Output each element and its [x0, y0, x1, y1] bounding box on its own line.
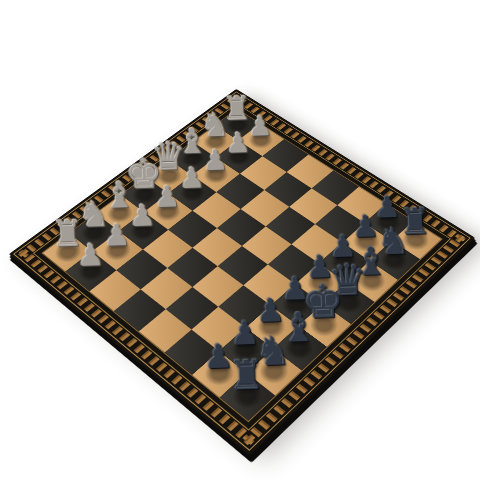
black-rook: ♜	[228, 355, 266, 397]
white-pawn: ♟	[76, 240, 104, 271]
board-frame: ♜♞♝♚♛♝♞♜♟♟♟♟♟♟♟♟♟♟♟♟♟♟♟♟♜♞♝♚♛♝♞♜	[9, 89, 475, 455]
photo-scene: ♜♞♝♚♛♝♞♜♟♟♟♟♟♟♟♟♟♟♟♟♟♟♟♟♜♞♝♚♛♝♞♜	[0, 0, 480, 480]
white-pawn: ♟	[248, 112, 274, 140]
white-pawn: ♟	[202, 146, 228, 175]
white-pawn: ♟	[225, 129, 251, 158]
white-pawn: ♟	[129, 201, 157, 231]
white-pawn: ♟	[103, 220, 131, 251]
chess-board: ♜♞♝♚♛♝♞♜♟♟♟♟♟♟♟♟♟♟♟♟♟♟♟♟♜♞♝♚♛♝♞♜	[9, 89, 475, 455]
playfield: ♜♞♝♚♛♝♞♜♟♟♟♟♟♟♟♟♟♟♟♟♟♟♟♟♜♞♝♚♛♝♞♜	[43, 109, 442, 420]
white-pawn: ♟	[154, 182, 181, 212]
square-h2: ♟	[66, 251, 117, 291]
white-pawn: ♟	[179, 164, 206, 194]
